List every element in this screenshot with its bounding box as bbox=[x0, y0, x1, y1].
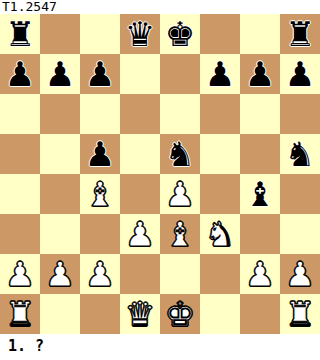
square-e1[interactable]: ♚ bbox=[160, 294, 200, 334]
square-g5[interactable] bbox=[240, 134, 280, 174]
square-a6[interactable] bbox=[0, 94, 40, 134]
square-h7[interactable]: ♟ bbox=[280, 54, 320, 94]
piece-white-pawn: ♟ bbox=[160, 174, 200, 214]
square-c3[interactable] bbox=[80, 214, 120, 254]
square-c5[interactable]: ♟ bbox=[80, 134, 120, 174]
square-h8[interactable]: ♜ bbox=[280, 14, 320, 54]
piece-black-pawn: ♟ bbox=[80, 134, 120, 174]
square-a8[interactable]: ♜ bbox=[0, 14, 40, 54]
square-a3[interactable] bbox=[0, 214, 40, 254]
square-c6[interactable] bbox=[80, 94, 120, 134]
square-a4[interactable] bbox=[0, 174, 40, 214]
square-h5[interactable]: ♞ bbox=[280, 134, 320, 174]
square-b7[interactable]: ♟ bbox=[40, 54, 80, 94]
square-f3[interactable]: ♞ bbox=[200, 214, 240, 254]
square-c4[interactable]: ♝ bbox=[80, 174, 120, 214]
square-a7[interactable]: ♟ bbox=[0, 54, 40, 94]
square-h1[interactable]: ♜ bbox=[280, 294, 320, 334]
piece-white-pawn: ♟ bbox=[240, 254, 280, 294]
square-d2[interactable] bbox=[120, 254, 160, 294]
piece-black-knight: ♞ bbox=[280, 134, 320, 174]
square-e2[interactable] bbox=[160, 254, 200, 294]
piece-white-pawn: ♟ bbox=[0, 254, 40, 294]
square-f2[interactable] bbox=[200, 254, 240, 294]
square-e8[interactable]: ♚ bbox=[160, 14, 200, 54]
piece-black-rook: ♜ bbox=[280, 14, 320, 54]
square-b3[interactable] bbox=[40, 214, 80, 254]
square-g8[interactable] bbox=[240, 14, 280, 54]
square-d1[interactable]: ♛ bbox=[120, 294, 160, 334]
piece-black-bishop: ♝ bbox=[240, 174, 280, 214]
square-b2[interactable]: ♟ bbox=[40, 254, 80, 294]
square-g4[interactable]: ♝ bbox=[240, 174, 280, 214]
square-g3[interactable] bbox=[240, 214, 280, 254]
move-prompt: 1. ? bbox=[0, 334, 320, 360]
square-d3[interactable]: ♟ bbox=[120, 214, 160, 254]
piece-white-pawn: ♟ bbox=[280, 254, 320, 294]
square-b1[interactable] bbox=[40, 294, 80, 334]
piece-black-queen: ♛ bbox=[120, 14, 160, 54]
square-e7[interactable] bbox=[160, 54, 200, 94]
square-f5[interactable] bbox=[200, 134, 240, 174]
piece-black-pawn: ♟ bbox=[0, 54, 40, 94]
square-g6[interactable] bbox=[240, 94, 280, 134]
piece-black-rook: ♜ bbox=[0, 14, 40, 54]
piece-white-pawn: ♟ bbox=[80, 254, 120, 294]
piece-black-knight: ♞ bbox=[160, 134, 200, 174]
piece-white-pawn: ♟ bbox=[40, 254, 80, 294]
square-c1[interactable] bbox=[80, 294, 120, 334]
piece-white-bishop: ♝ bbox=[80, 174, 120, 214]
piece-black-pawn: ♟ bbox=[240, 54, 280, 94]
piece-black-pawn: ♟ bbox=[280, 54, 320, 94]
square-b6[interactable] bbox=[40, 94, 80, 134]
piece-black-king: ♚ bbox=[160, 14, 200, 54]
square-b5[interactable] bbox=[40, 134, 80, 174]
puzzle-title: T1.2547 bbox=[0, 0, 320, 14]
square-d4[interactable] bbox=[120, 174, 160, 214]
square-c8[interactable] bbox=[80, 14, 120, 54]
piece-white-bishop: ♝ bbox=[160, 214, 200, 254]
square-g1[interactable] bbox=[240, 294, 280, 334]
square-h2[interactable]: ♟ bbox=[280, 254, 320, 294]
piece-white-knight: ♞ bbox=[200, 214, 240, 254]
square-e6[interactable] bbox=[160, 94, 200, 134]
piece-black-pawn: ♟ bbox=[80, 54, 120, 94]
square-g2[interactable]: ♟ bbox=[240, 254, 280, 294]
square-a5[interactable] bbox=[0, 134, 40, 174]
square-e3[interactable]: ♝ bbox=[160, 214, 200, 254]
piece-white-rook: ♜ bbox=[280, 294, 320, 334]
square-a2[interactable]: ♟ bbox=[0, 254, 40, 294]
chess-board: ♜♛♚♜♟♟♟♟♟♟♟♞♞♝♟♝♟♝♞♟♟♟♟♟♜♛♚♜ bbox=[0, 14, 320, 334]
piece-white-pawn: ♟ bbox=[120, 214, 160, 254]
square-f8[interactable] bbox=[200, 14, 240, 54]
piece-black-pawn: ♟ bbox=[40, 54, 80, 94]
piece-white-king: ♚ bbox=[160, 294, 200, 334]
square-b8[interactable] bbox=[40, 14, 80, 54]
square-f4[interactable] bbox=[200, 174, 240, 214]
square-d6[interactable] bbox=[120, 94, 160, 134]
square-f1[interactable] bbox=[200, 294, 240, 334]
square-d8[interactable]: ♛ bbox=[120, 14, 160, 54]
piece-white-queen: ♛ bbox=[120, 294, 160, 334]
square-b4[interactable] bbox=[40, 174, 80, 214]
square-f6[interactable] bbox=[200, 94, 240, 134]
piece-white-rook: ♜ bbox=[0, 294, 40, 334]
square-d7[interactable] bbox=[120, 54, 160, 94]
square-g7[interactable]: ♟ bbox=[240, 54, 280, 94]
square-a1[interactable]: ♜ bbox=[0, 294, 40, 334]
piece-black-pawn: ♟ bbox=[200, 54, 240, 94]
square-c2[interactable]: ♟ bbox=[80, 254, 120, 294]
square-h4[interactable] bbox=[280, 174, 320, 214]
square-h3[interactable] bbox=[280, 214, 320, 254]
square-f7[interactable]: ♟ bbox=[200, 54, 240, 94]
square-d5[interactable] bbox=[120, 134, 160, 174]
square-e5[interactable]: ♞ bbox=[160, 134, 200, 174]
square-h6[interactable] bbox=[280, 94, 320, 134]
square-e4[interactable]: ♟ bbox=[160, 174, 200, 214]
square-c7[interactable]: ♟ bbox=[80, 54, 120, 94]
